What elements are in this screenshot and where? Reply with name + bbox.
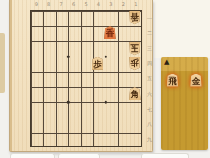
sente-marker: ▲ [164,58,169,66]
hand-pieces-row: 飛金 [161,70,208,90]
board-grid[interactable] [30,10,142,147]
file-label-4: 4 [92,0,104,9]
board-piece-1四[interactable]: 歩 [129,57,140,70]
shogi-board: 987654321 一二三四五六七八九 [9,0,153,152]
rank-label-5: 五 [145,71,154,86]
file-label-3: 3 [105,0,117,9]
board-piece-1三[interactable]: 玉 [129,42,140,55]
board-piece-1六[interactable]: 角 [129,87,140,100]
board-side-edge [10,0,12,151]
file-label-5: 5 [80,0,92,9]
rank-label-3: 三 [145,40,154,55]
hoshi-dot [67,55,69,57]
hoshi-dot [67,101,69,103]
hand-piece-飛[interactable]: 飛 [167,74,178,87]
rank-label-8: 八 [145,117,154,132]
file-labels: 987654321 [30,0,142,9]
bottom-button-stub-3[interactable] [141,153,189,158]
rank-label-4: 四 [145,56,154,71]
gote-stand-cutoff [0,33,5,93]
file-label-2: 2 [117,0,129,9]
hoshi-dot [104,101,106,103]
rank-label-2: 二 [145,25,154,40]
bottom-button-stub-2[interactable] [58,153,100,158]
right-panel-background [154,0,210,58]
hoshi-dot [104,55,106,57]
bottom-button-stub-1[interactable] [10,153,55,158]
file-label-6: 6 [67,0,79,9]
file-label-1: 1 [130,0,142,9]
file-label-7: 7 [55,0,67,9]
rank-label-6: 六 [145,86,154,101]
board-piece-4四[interactable]: 歩 [92,57,103,70]
hand-slot-飛: 飛 [167,74,179,87]
sente-komadai[interactable]: ▲ 飛金 [161,57,208,150]
rank-labels: 一二三四五六七八九 [145,10,154,147]
rank-label-7: 七 [145,101,154,116]
file-label-9: 9 [30,0,42,9]
rank-label-9: 九 [145,132,154,147]
board-piece-3二[interactable]: 香 [104,26,115,39]
file-label-8: 8 [42,0,54,9]
hand-piece-金[interactable]: 金 [190,74,201,87]
rank-label-1: 一 [145,10,154,25]
hand-slot-金: 金 [190,74,202,87]
